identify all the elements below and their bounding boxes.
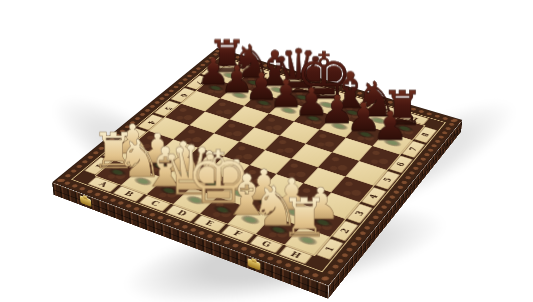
brass-latch-icon [248,258,261,271]
white-rook-glyph: ♜ [271,191,338,245]
chessboard-3d: ABCDEFGHABCDEFGH8765432187654321 ♜♞♝♛♚♝♞… [52,48,463,286]
brass-latch-icon [80,195,92,207]
chess-set-photo-scene: ABCDEFGHABCDEFGH8765432187654321 ♜♞♝♛♚♝♞… [0,0,533,302]
